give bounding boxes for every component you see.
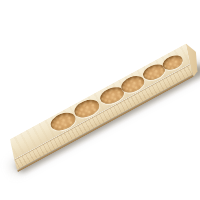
board-front-face [11,58,200,170]
board-top-face [1,41,200,162]
mancala-board [10,36,200,174]
mancala-board-photo [0,0,200,200]
